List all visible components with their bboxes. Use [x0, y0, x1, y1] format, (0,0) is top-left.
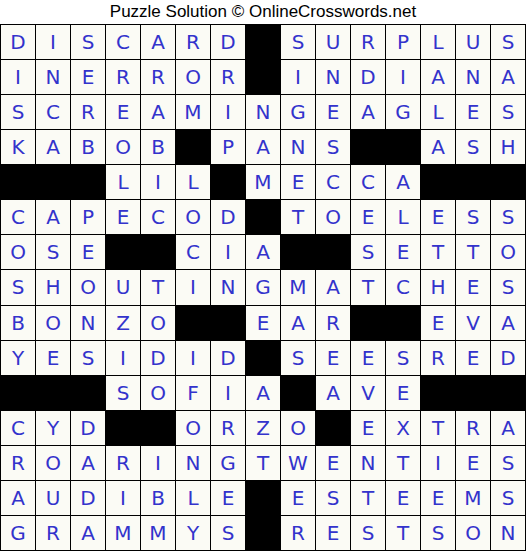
block-cell-r11c1 — [1, 376, 35, 410]
block-cell-r7c5 — [141, 235, 175, 269]
letter-cell-r13c3: A — [71, 446, 105, 480]
page-title: Puzzle Solution © OnlineCrosswords.net — [0, 0, 526, 24]
block-cell-r1c8 — [246, 25, 280, 59]
letter-cell-r10c4: I — [106, 341, 140, 375]
letter-cell-r9c13: E — [421, 306, 455, 340]
letter-cell-r15c4: M — [106, 516, 140, 550]
letter-cell-r8c5: T — [141, 270, 175, 304]
letter-cell-r12c13: T — [421, 411, 455, 445]
letter-cell-r2c13: A — [421, 60, 455, 94]
block-cell-r4c11 — [351, 130, 385, 164]
letter-cell-r10c1: Y — [1, 341, 35, 375]
letter-cell-r15c15: N — [491, 516, 525, 550]
block-cell-r5c2 — [36, 165, 70, 199]
letter-cell-r5c8: M — [246, 165, 280, 199]
letter-cell-r6c1: C — [1, 200, 35, 234]
letter-cell-r1c15: S — [491, 25, 525, 59]
letter-cell-r13c7: G — [211, 446, 245, 480]
letter-cell-r14c15: S — [491, 481, 525, 515]
letter-cell-r2c6: O — [176, 60, 210, 94]
letter-cell-r8c11: T — [351, 270, 385, 304]
block-cell-r7c9 — [281, 235, 315, 269]
letter-cell-r15c2: R — [36, 516, 70, 550]
letter-cell-r7c3: E — [71, 235, 105, 269]
letter-cell-r2c4: R — [106, 60, 140, 94]
block-cell-r5c14 — [456, 165, 490, 199]
letter-cell-r8c4: U — [106, 270, 140, 304]
letter-cell-r13c9: W — [281, 446, 315, 480]
block-cell-r12c4 — [106, 411, 140, 445]
letter-cell-r2c3: E — [71, 60, 105, 94]
letter-cell-r8c15: S — [491, 270, 525, 304]
letter-cell-r7c8: A — [246, 235, 280, 269]
letter-cell-r10c7: D — [211, 341, 245, 375]
letter-cell-r4c4: O — [106, 130, 140, 164]
letter-cell-r3c1: S — [1, 95, 35, 129]
letter-cell-r14c4: I — [106, 481, 140, 515]
letter-cell-r6c14: S — [456, 200, 490, 234]
letter-cell-r3c10: E — [316, 95, 350, 129]
letter-cell-r14c13: E — [421, 481, 455, 515]
letter-cell-r14c5: B — [141, 481, 175, 515]
block-cell-r5c15 — [491, 165, 525, 199]
letter-cell-r6c15: S — [491, 200, 525, 234]
letter-cell-r3c7: I — [211, 95, 245, 129]
letter-cell-r7c14: T — [456, 235, 490, 269]
block-cell-r9c6 — [176, 306, 210, 340]
letter-cell-r3c11: A — [351, 95, 385, 129]
letter-cell-r9c2: O — [36, 306, 70, 340]
letter-cell-r7c11: S — [351, 235, 385, 269]
letter-cell-r1c2: I — [36, 25, 70, 59]
block-cell-r5c3 — [71, 165, 105, 199]
letter-cell-r8c1: S — [1, 270, 35, 304]
letter-cell-r8c6: I — [176, 270, 210, 304]
block-cell-r11c15 — [491, 376, 525, 410]
letter-cell-r13c5: I — [141, 446, 175, 480]
letter-cell-r10c9: S — [281, 341, 315, 375]
letter-cell-r12c2: Y — [36, 411, 70, 445]
letter-cell-r1c14: U — [456, 25, 490, 59]
letter-cell-r5c11: C — [351, 165, 385, 199]
letter-cell-r1c11: R — [351, 25, 385, 59]
block-cell-r12c5 — [141, 411, 175, 445]
letter-cell-r15c6: Y — [176, 516, 210, 550]
block-cell-r11c13 — [421, 376, 455, 410]
letter-cell-r2c15: A — [491, 60, 525, 94]
letter-cell-r15c10: E — [316, 516, 350, 550]
puzzle-solution-page: Puzzle Solution © OnlineCrosswords.net D… — [0, 0, 526, 551]
letter-cell-r2c14: N — [456, 60, 490, 94]
letter-cell-r10c15: D — [491, 341, 525, 375]
letter-cell-r15c3: A — [71, 516, 105, 550]
letter-cell-r7c1: O — [1, 235, 35, 269]
letter-cell-r10c2: E — [36, 341, 70, 375]
letter-cell-r3c4: E — [106, 95, 140, 129]
letter-cell-r10c5: D — [141, 341, 175, 375]
letter-cell-r5c10: C — [316, 165, 350, 199]
letter-cell-r13c11: N — [351, 446, 385, 480]
block-cell-r6c8 — [246, 200, 280, 234]
block-cell-r5c13 — [421, 165, 455, 199]
letter-cell-r1c6: R — [176, 25, 210, 59]
letter-cell-r14c3: D — [71, 481, 105, 515]
letter-cell-r7c6: C — [176, 235, 210, 269]
letter-cell-r12c7: R — [211, 411, 245, 445]
letter-cell-r10c13: R — [421, 341, 455, 375]
letter-cell-r1c9: S — [281, 25, 315, 59]
letter-cell-r3c13: L — [421, 95, 455, 129]
letter-cell-r3c9: G — [281, 95, 315, 129]
letter-cell-r14c14: M — [456, 481, 490, 515]
letter-cell-r10c11: E — [351, 341, 385, 375]
letter-cell-r2c12: I — [386, 60, 420, 94]
block-cell-r10c8 — [246, 341, 280, 375]
letter-cell-r3c6: M — [176, 95, 210, 129]
letter-cell-r9c5: O — [141, 306, 175, 340]
letter-cell-r9c10: R — [316, 306, 350, 340]
letter-cell-r12c9: O — [281, 411, 315, 445]
letter-cell-r15c9: R — [281, 516, 315, 550]
letter-cell-r13c12: T — [386, 446, 420, 480]
letter-cell-r4c5: B — [141, 130, 175, 164]
letter-cell-r3c2: C — [36, 95, 70, 129]
letter-cell-r15c7: S — [211, 516, 245, 550]
letter-cell-r4c2: A — [36, 130, 70, 164]
letter-cell-r3c8: N — [246, 95, 280, 129]
letter-cell-r13c4: R — [106, 446, 140, 480]
letter-cell-r4c14: S — [456, 130, 490, 164]
letter-cell-r6c12: L — [386, 200, 420, 234]
block-cell-r9c7 — [211, 306, 245, 340]
letter-cell-r5c9: E — [281, 165, 315, 199]
letter-cell-r14c10: S — [316, 481, 350, 515]
letter-cell-r1c10: U — [316, 25, 350, 59]
letter-cell-r6c4: E — [106, 200, 140, 234]
letter-cell-r13c6: N — [176, 446, 210, 480]
letter-cell-r6c7: D — [211, 200, 245, 234]
letter-cell-r10c3: S — [71, 341, 105, 375]
letter-cell-r5c5: I — [141, 165, 175, 199]
letter-cell-r3c12: G — [386, 95, 420, 129]
letter-cell-r11c7: I — [211, 376, 245, 410]
letter-cell-r15c5: M — [141, 516, 175, 550]
letter-cell-r3c5: A — [141, 95, 175, 129]
letter-cell-r6c6: O — [176, 200, 210, 234]
letter-cell-r8c13: H — [421, 270, 455, 304]
letter-cell-r11c12: E — [386, 376, 420, 410]
letter-cell-r8c12: C — [386, 270, 420, 304]
letter-cell-r15c1: G — [1, 516, 35, 550]
block-cell-r9c12 — [386, 306, 420, 340]
letter-cell-r12c14: R — [456, 411, 490, 445]
letter-cell-r13c1: R — [1, 446, 35, 480]
letter-cell-r14c2: U — [36, 481, 70, 515]
letter-cell-r9c15: A — [491, 306, 525, 340]
letter-cell-r4c3: B — [71, 130, 105, 164]
letter-cell-r6c10: O — [316, 200, 350, 234]
letter-cell-r10c6: I — [176, 341, 210, 375]
letter-cell-r4c9: N — [281, 130, 315, 164]
block-cell-r11c14 — [456, 376, 490, 410]
letter-cell-r6c9: T — [281, 200, 315, 234]
block-cell-r4c12 — [386, 130, 420, 164]
letter-cell-r3c15: S — [491, 95, 525, 129]
letter-cell-r2c11: D — [351, 60, 385, 94]
letter-cell-r1c12: P — [386, 25, 420, 59]
letter-cell-r11c10: A — [316, 376, 350, 410]
letter-cell-r13c15: S — [491, 446, 525, 480]
letter-cell-r7c12: E — [386, 235, 420, 269]
block-cell-r7c4 — [106, 235, 140, 269]
letter-cell-r1c7: D — [211, 25, 245, 59]
letter-cell-r7c7: I — [211, 235, 245, 269]
letter-cell-r12c3: D — [71, 411, 105, 445]
letter-cell-r4c7: P — [211, 130, 245, 164]
block-cell-r5c7 — [211, 165, 245, 199]
block-cell-r11c2 — [36, 376, 70, 410]
letter-cell-r12c15: A — [491, 411, 525, 445]
letter-cell-r13c2: O — [36, 446, 70, 480]
letter-cell-r14c1: A — [1, 481, 35, 515]
letter-cell-r2c1: I — [1, 60, 35, 94]
letter-cell-r6c3: P — [71, 200, 105, 234]
letter-cell-r10c10: E — [316, 341, 350, 375]
letter-cell-r11c6: F — [176, 376, 210, 410]
letter-cell-r7c13: T — [421, 235, 455, 269]
letter-cell-r9c3: N — [71, 306, 105, 340]
block-cell-r14c8 — [246, 481, 280, 515]
letter-cell-r12c8: Z — [246, 411, 280, 445]
letter-cell-r3c3: R — [71, 95, 105, 129]
crossword-grid: DISCARDSURPLUSINERRORINDIANASCREAMINGEAG… — [0, 24, 526, 551]
letter-cell-r6c13: E — [421, 200, 455, 234]
block-cell-r11c9 — [281, 376, 315, 410]
letter-cell-r9c4: Z — [106, 306, 140, 340]
letter-cell-r2c5: R — [141, 60, 175, 94]
block-cell-r15c8 — [246, 516, 280, 550]
letter-cell-r4c15: H — [491, 130, 525, 164]
letter-cell-r13c8: T — [246, 446, 280, 480]
letter-cell-r1c5: A — [141, 25, 175, 59]
letter-cell-r2c7: R — [211, 60, 245, 94]
letter-cell-r2c9: I — [281, 60, 315, 94]
letter-cell-r2c2: N — [36, 60, 70, 94]
letter-cell-r10c14: E — [456, 341, 490, 375]
block-cell-r11c3 — [71, 376, 105, 410]
letter-cell-r5c12: A — [386, 165, 420, 199]
letter-cell-r15c14: O — [456, 516, 490, 550]
letter-cell-r14c6: L — [176, 481, 210, 515]
letter-cell-r7c2: S — [36, 235, 70, 269]
letter-cell-r6c5: C — [141, 200, 175, 234]
letter-cell-r11c4: S — [106, 376, 140, 410]
letter-cell-r8c8: G — [246, 270, 280, 304]
block-cell-r9c11 — [351, 306, 385, 340]
block-cell-r7c10 — [316, 235, 350, 269]
letter-cell-r6c2: A — [36, 200, 70, 234]
letter-cell-r14c7: E — [211, 481, 245, 515]
letter-cell-r4c13: A — [421, 130, 455, 164]
letter-cell-r14c11: T — [351, 481, 385, 515]
letter-cell-r8c10: A — [316, 270, 350, 304]
letter-cell-r13c10: E — [316, 446, 350, 480]
letter-cell-r13c13: I — [421, 446, 455, 480]
letter-cell-r9c8: E — [246, 306, 280, 340]
letter-cell-r7c15: O — [491, 235, 525, 269]
letter-cell-r12c6: O — [176, 411, 210, 445]
letter-cell-r6c11: E — [351, 200, 385, 234]
letter-cell-r1c4: C — [106, 25, 140, 59]
letter-cell-r12c1: C — [1, 411, 35, 445]
letter-cell-r15c11: S — [351, 516, 385, 550]
letter-cell-r9c1: B — [1, 306, 35, 340]
letter-cell-r8c3: O — [71, 270, 105, 304]
letter-cell-r9c9: A — [281, 306, 315, 340]
letter-cell-r14c12: E — [386, 481, 420, 515]
letter-cell-r9c14: V — [456, 306, 490, 340]
letter-cell-r5c6: L — [176, 165, 210, 199]
letter-cell-r3c14: E — [456, 95, 490, 129]
letter-cell-r2c10: N — [316, 60, 350, 94]
block-cell-r2c8 — [246, 60, 280, 94]
letter-cell-r15c12: T — [386, 516, 420, 550]
letter-cell-r5c4: L — [106, 165, 140, 199]
letter-cell-r8c9: M — [281, 270, 315, 304]
letter-cell-r1c13: L — [421, 25, 455, 59]
block-cell-r4c6 — [176, 130, 210, 164]
letter-cell-r11c8: A — [246, 376, 280, 410]
letter-cell-r13c14: E — [456, 446, 490, 480]
letter-cell-r4c1: K — [1, 130, 35, 164]
letter-cell-r11c11: V — [351, 376, 385, 410]
letter-cell-r10c12: S — [386, 341, 420, 375]
letter-cell-r15c13: S — [421, 516, 455, 550]
letter-cell-r1c3: S — [71, 25, 105, 59]
letter-cell-r1c1: D — [1, 25, 35, 59]
block-cell-r12c10 — [316, 411, 350, 445]
letter-cell-r11c5: O — [141, 376, 175, 410]
letter-cell-r14c9: E — [281, 481, 315, 515]
letter-cell-r8c7: N — [211, 270, 245, 304]
letter-cell-r4c8: A — [246, 130, 280, 164]
letter-cell-r12c11: E — [351, 411, 385, 445]
letter-cell-r12c12: X — [386, 411, 420, 445]
block-cell-r5c1 — [1, 165, 35, 199]
letter-cell-r8c14: E — [456, 270, 490, 304]
letter-cell-r8c2: H — [36, 270, 70, 304]
letter-cell-r4c10: S — [316, 130, 350, 164]
